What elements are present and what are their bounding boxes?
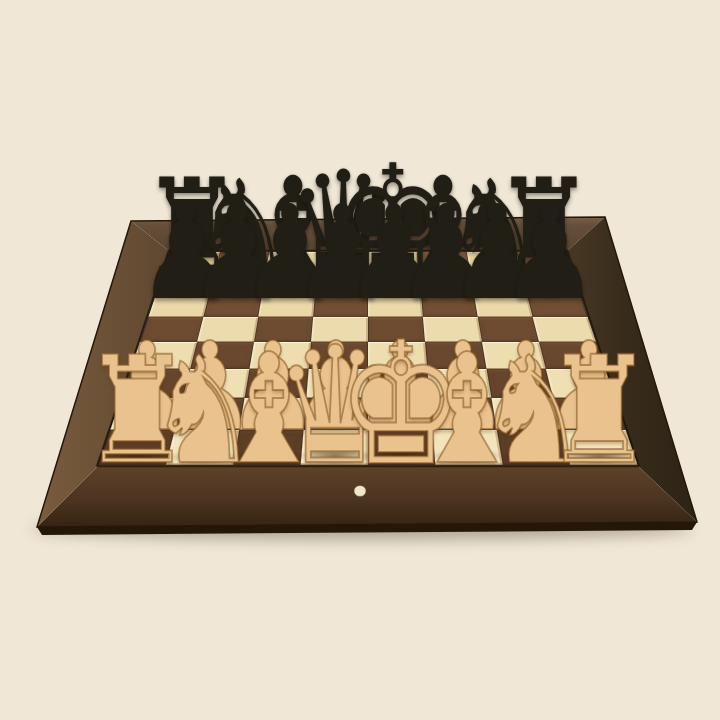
piece-black-pawn-h7[interactable]: ♟ (501, 177, 599, 329)
chessboard-photo: ♜♞♝♛♚♝♞♜♟♟♟♟♟♟♟♟♟♟♟♟♟♟♟♟♜♞♝♛♚♝♞♜ (0, 0, 720, 720)
piece-white-rook-h1[interactable]: ♜ (543, 325, 654, 497)
